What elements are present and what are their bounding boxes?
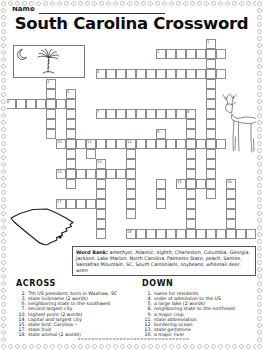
- grid-cell[interactable]: [206, 119, 216, 129]
- grid-cell[interactable]: [126, 209, 136, 219]
- scallop-border-bottom: [0, 343, 263, 350]
- grid-cell[interactable]: [166, 69, 176, 79]
- down-clue-list: 1.name for residents4.order of admission…: [142, 291, 256, 337]
- across-section: ACROSS 2.7th US president; born in Waxha…: [16, 279, 138, 337]
- grid-cell[interactable]: [96, 189, 106, 199]
- grid-cell[interactable]: [66, 109, 76, 119]
- grid-cell[interactable]: [206, 109, 216, 119]
- grid-cell[interactable]: [186, 129, 196, 139]
- grid-cell[interactable]: [76, 199, 86, 209]
- grid-cell[interactable]: [96, 209, 106, 219]
- grid-cell[interactable]: [186, 189, 196, 199]
- scallop-border-left: [0, 0, 7, 350]
- grid-cell[interactable]: [116, 69, 126, 79]
- grid-cell[interactable]: [176, 49, 186, 59]
- grid-cell[interactable]: [66, 119, 76, 129]
- clue-number: 18: [127, 230, 132, 234]
- clue-number: 13: [97, 160, 102, 164]
- clue-item: 16.a major river: [142, 332, 256, 337]
- grid-cell[interactable]: [176, 69, 186, 79]
- page-title: South Carolina Crossword: [0, 14, 263, 33]
- grid-cell[interactable]: [76, 139, 86, 149]
- grid-cell[interactable]: [96, 199, 106, 209]
- clue-number: 3: [97, 70, 99, 74]
- grid-cell[interactable]: [96, 179, 106, 189]
- grid-cell[interactable]: [166, 109, 176, 119]
- grid-cell[interactable]: [126, 69, 136, 79]
- grid-cell[interactable]: [186, 49, 196, 59]
- clue-number: 4: [47, 80, 49, 84]
- grid-cell[interactable]: [116, 139, 126, 149]
- grid-cell[interactable]: [186, 179, 196, 189]
- grid-cell[interactable]: [176, 229, 186, 239]
- grid-cell[interactable]: [186, 159, 196, 169]
- clue-number: 14: [57, 170, 62, 174]
- grid-cell[interactable]: [86, 149, 96, 159]
- grid-cell[interactable]: [186, 169, 196, 179]
- grid-cell[interactable]: [226, 189, 236, 199]
- grid-cell[interactable]: [226, 219, 236, 229]
- grid-cell[interactable]: [16, 99, 26, 109]
- sc-map-image: [8, 207, 82, 247]
- grid-cell[interactable]: [106, 69, 116, 79]
- grid-cell[interactable]: [116, 109, 126, 119]
- city-dot: [58, 235, 61, 238]
- grid-cell[interactable]: [196, 139, 206, 149]
- grid-cell[interactable]: [106, 109, 116, 119]
- grid-cell[interactable]: [206, 169, 216, 179]
- grid-cell[interactable]: [206, 149, 216, 159]
- grid-cell[interactable]: [206, 49, 216, 59]
- clue-number: 2: [157, 50, 159, 54]
- grid-cell[interactable]: [196, 69, 206, 79]
- across-header: ACROSS: [16, 279, 138, 288]
- grid-cell[interactable]: [186, 69, 196, 79]
- down-header: DOWN: [142, 279, 256, 288]
- grid-cell[interactable]: [226, 229, 236, 239]
- grid-cell[interactable]: [206, 59, 216, 69]
- grid-cell[interactable]: [246, 229, 256, 239]
- grid-cell[interactable]: [126, 159, 136, 169]
- grid-cell[interactable]: [186, 229, 196, 239]
- clue-number: 7: [97, 110, 99, 114]
- grid-cell[interactable]: [166, 139, 176, 149]
- grid-cell[interactable]: [86, 199, 96, 209]
- grid-cell[interactable]: [56, 99, 66, 109]
- clue-number: 17: [57, 200, 62, 204]
- grid-cell[interactable]: [176, 109, 186, 119]
- grid-cell[interactable]: [206, 179, 216, 189]
- grid-cell[interactable]: [216, 49, 226, 59]
- grid-cell[interactable]: [156, 229, 166, 239]
- grid-cell[interactable]: [126, 149, 136, 159]
- grid-cell[interactable]: [66, 129, 76, 139]
- grid-cell[interactable]: [126, 199, 136, 209]
- grid-cell[interactable]: [86, 169, 96, 179]
- grid-cell[interactable]: [96, 229, 106, 239]
- word-bank-label: Word Bank:: [76, 249, 108, 255]
- grid-cell[interactable]: [46, 89, 56, 99]
- grid-cell[interactable]: [146, 139, 156, 149]
- south-carolina-outline-icon: [11, 209, 73, 245]
- clue-number: 10: [57, 140, 62, 144]
- grid-cell[interactable]: [206, 189, 216, 199]
- grid-cell[interactable]: [226, 209, 236, 219]
- grid-cell[interactable]: [136, 109, 146, 119]
- grid-cell[interactable]: [66, 169, 76, 179]
- clue-item: 18.state animal (2 words): [16, 332, 138, 337]
- grid-cell[interactable]: [196, 229, 206, 239]
- grid-cell[interactable]: [136, 229, 146, 239]
- grid-cell[interactable]: [26, 99, 36, 109]
- grid-cell[interactable]: [216, 139, 226, 149]
- grid-cell[interactable]: [196, 179, 206, 189]
- grid-cell[interactable]: [146, 229, 156, 239]
- grid-cell[interactable]: [186, 209, 196, 219]
- grid-cell[interactable]: [166, 229, 176, 239]
- grid-cell[interactable]: [46, 119, 56, 129]
- grid-cell[interactable]: [206, 69, 216, 79]
- grid-cell[interactable]: [216, 69, 226, 79]
- grid-cell[interactable]: [46, 99, 56, 109]
- grid-cell[interactable]: [156, 109, 166, 119]
- clue-number: 6: [7, 100, 9, 104]
- grid-cell[interactable]: [186, 219, 196, 229]
- grid-cell[interactable]: [166, 49, 176, 59]
- grid-cell[interactable]: [186, 119, 196, 129]
- grid-cell[interactable]: [66, 179, 76, 189]
- grid-cell[interactable]: [66, 99, 76, 109]
- grid-cell[interactable]: [126, 109, 136, 119]
- grid-cell[interactable]: [156, 69, 166, 79]
- grid-cell[interactable]: [146, 109, 156, 119]
- down-section: DOWN 1.name for residents4.order of admi…: [142, 279, 256, 337]
- grid-cell[interactable]: [226, 199, 236, 209]
- grid-cell[interactable]: [96, 219, 106, 229]
- grid-cell[interactable]: [206, 139, 216, 149]
- grid-cell[interactable]: [96, 139, 106, 149]
- grid-cell[interactable]: [206, 129, 216, 139]
- grid-cell[interactable]: [106, 169, 116, 179]
- grid-cell[interactable]: [96, 169, 106, 179]
- grid-cell[interactable]: [186, 199, 196, 209]
- clue-number: 5: [67, 90, 69, 94]
- grid-cell[interactable]: [156, 189, 166, 199]
- grid-cell[interactable]: [116, 169, 126, 179]
- grid-cell[interactable]: [186, 149, 196, 159]
- grid-cell[interactable]: [66, 159, 76, 169]
- grid-cell[interactable]: [196, 49, 206, 59]
- clue-number: 15: [177, 180, 182, 184]
- grid-cell[interactable]: [46, 109, 56, 119]
- grid-cell[interactable]: [216, 229, 226, 239]
- grid-cell[interactable]: [206, 89, 216, 99]
- grid-cell[interactable]: [156, 199, 166, 209]
- grid-cell[interactable]: [66, 139, 76, 149]
- grid-cell[interactable]: [206, 79, 216, 89]
- worksheet-page: Name South Carolina Crossword 1234567891…: [0, 0, 263, 350]
- copyright-line: [78, 338, 190, 340]
- grid-cell[interactable]: [126, 169, 136, 179]
- grid-cell[interactable]: [76, 169, 86, 179]
- grid-cell[interactable]: [206, 159, 216, 169]
- scallop-border-right: [256, 0, 263, 350]
- grid-cell[interactable]: [146, 69, 156, 79]
- clue-number: 9: [157, 130, 159, 134]
- grid-cell[interactable]: [206, 99, 216, 109]
- scallop-border-top: [0, 0, 263, 7]
- grid-cell[interactable]: [186, 139, 196, 149]
- grid-cell[interactable]: [36, 99, 46, 109]
- grid-cell[interactable]: [176, 139, 186, 149]
- clue-number: 16: [227, 180, 232, 184]
- grid-cell[interactable]: [136, 139, 146, 149]
- grid-cell[interactable]: [46, 129, 56, 139]
- clue-number: 1: [207, 40, 209, 44]
- grid-cell[interactable]: [206, 229, 216, 239]
- grid-cell[interactable]: [66, 149, 76, 159]
- grid-cell[interactable]: [156, 179, 166, 189]
- grid-cell[interactable]: [156, 139, 166, 149]
- grid-cell[interactable]: [126, 189, 136, 199]
- crescent-moon-icon: [17, 50, 26, 60]
- clue-number: 8: [187, 110, 189, 114]
- palmetto-tree-icon: [38, 49, 59, 73]
- grid-cell[interactable]: [236, 229, 246, 239]
- grid-cell[interactable]: [106, 139, 116, 149]
- grid-cell[interactable]: [126, 179, 136, 189]
- grid-cell[interactable]: [66, 199, 76, 209]
- grid-cell[interactable]: [136, 69, 146, 79]
- clue-number: 11: [87, 140, 92, 144]
- word-bank-box: Word Bank: amethyst, Atlantic, eighth, C…: [72, 246, 256, 276]
- across-clue-list: 2.7th US president; born in Waxhaw, SC3.…: [16, 291, 138, 337]
- clue-number: 12: [127, 140, 132, 144]
- sc-flag-image: [13, 45, 85, 78]
